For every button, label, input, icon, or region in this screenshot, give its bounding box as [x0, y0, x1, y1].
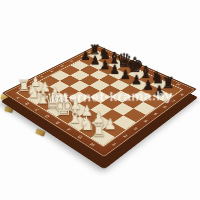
coord-label: 3: [132, 126, 139, 130]
coord-label: 4: [49, 70, 55, 73]
board-scene: ABCDEFGH ABCDEFGH 87654321 87654321 ♜♞♝♛…: [25, 16, 175, 166]
black-pawn[interactable]: ♟: [141, 84, 179, 97]
coord-label: 2: [122, 134, 129, 139]
square-h1[interactable]: ♜: [91, 130, 115, 145]
product-photo: ABCDEFGH ABCDEFGH 87654321 87654321 ♜♞♝♛…: [0, 0, 200, 200]
coord-label: 5: [152, 112, 158, 116]
board-frame: ABCDEFGH ABCDEFGH 87654321 87654321 ♜♞♝♛…: [2, 45, 197, 158]
coord-label: 4: [143, 119, 149, 123]
board-squares: ♜♞♝♛♚♝♞♜♟♟♟♟♟♟♟♟♟♟♟♟♟♟♟♟♜♞♝♛♚♝♞♜: [18, 51, 182, 145]
coord-label: H: [89, 142, 96, 147]
coord-label: 1: [111, 142, 118, 147]
chess-board: ABCDEFGH ABCDEFGH 87654321 87654321 ♜♞♝♛…: [2, 45, 197, 158]
coord-label: 6: [162, 105, 168, 109]
coord-label: 8: [179, 93, 185, 96]
coord-label: 5: [59, 65, 65, 68]
coord-label: 7: [171, 99, 177, 103]
white-rook[interactable]: ♜: [77, 123, 120, 141]
